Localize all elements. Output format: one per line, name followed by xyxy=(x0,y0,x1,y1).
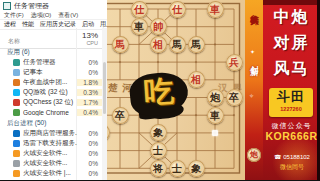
ad-side-text-bottom: 创新 xyxy=(249,58,261,62)
ad-contact-line2: 微信同号 xyxy=(265,163,319,172)
menu-bar: 文件(F)选项(O)查看(V) xyxy=(0,11,107,20)
game-icon xyxy=(13,79,20,86)
store-icon xyxy=(13,130,20,137)
process-cpu: 0% xyxy=(77,160,102,167)
task-manager-icon xyxy=(3,2,11,10)
ad-logo-text: 斗田 xyxy=(269,88,313,106)
ali-icon xyxy=(13,180,20,181)
xiangqi-piece-red-相[interactable]: 相 xyxy=(188,71,205,88)
huorong-icon2 xyxy=(13,160,20,167)
ad-title-line: 风马 xyxy=(263,56,320,82)
process-name: 火绒安全软件... xyxy=(23,149,77,158)
process-name: 迅雷下载支持服务... xyxy=(23,139,77,148)
chrome-icon xyxy=(13,109,20,116)
xiangqi-piece-black-象[interactable]: 象 xyxy=(150,124,167,141)
task-manager-window: 任务管理器 文件(F)选项(O)查看(V) 进程性能应用历史记录启动用户详细信息… xyxy=(0,0,107,180)
process-row[interactable]: 任务管理器0% xyxy=(0,57,102,67)
ad-title: 中炮对屏风马 xyxy=(263,4,320,82)
process-cpu: 0% xyxy=(77,69,102,76)
tab-bar: 进程性能应用历史记录启动用户详细信息服务 xyxy=(0,20,107,30)
process-row[interactable]: 迅雷下载支持服务...0% xyxy=(0,138,102,148)
ad-panel: 象棋大师 ✦ 创新 ✧ 炮 中炮对屏风马 斗田 1227260 微信公众号 KO… xyxy=(245,0,320,180)
xiangqi-piece-black-馬[interactable]: 馬 xyxy=(188,36,205,53)
menu-item[interactable]: 选项(O) xyxy=(31,11,52,19)
taskmgr-icon xyxy=(13,59,20,66)
process-name: QQChess (32 位) xyxy=(23,98,77,107)
title-bar[interactable]: 任务管理器 xyxy=(0,0,107,11)
process-row[interactable]: 阿里巴巴程序...0% xyxy=(0,178,102,180)
process-cpu: 1.7% xyxy=(77,99,102,106)
tab-进程[interactable]: 进程 xyxy=(4,20,16,29)
process-name: 午夜血战中团... xyxy=(23,78,77,87)
process-row[interactable]: QQChess (32 位)1.7% xyxy=(0,97,102,107)
ad-title-line: 中炮 xyxy=(263,4,320,30)
sparkle-icon: ✧ xyxy=(249,92,254,99)
notepad-icon xyxy=(13,69,20,76)
process-name: 火绒安全软件 |... xyxy=(23,169,77,178)
xiangqi-piece-red-車[interactable]: 車 xyxy=(207,1,224,18)
menu-item[interactable]: 查看(V) xyxy=(58,11,78,19)
last-move-marker xyxy=(212,130,218,136)
process-cpu: 0% xyxy=(77,180,102,181)
xiangqi-piece-red-仕[interactable]: 仕 xyxy=(169,1,186,18)
xiangqi-piece-black-馬[interactable]: 馬 xyxy=(169,36,186,53)
menu-item[interactable]: 文件(F) xyxy=(4,11,24,19)
process-list: 应用 (6)任务管理器0%记事本0%午夜血战中团...1.8%QQ游戏 (32 … xyxy=(0,46,102,180)
process-name: QQ游戏 (32 位) xyxy=(23,88,77,97)
process-row[interactable]: 午夜血战中团...1.8% xyxy=(0,77,102,87)
scrollbar-thumb[interactable] xyxy=(103,62,106,114)
xiangqi-piece-black-卒[interactable]: 卒 xyxy=(112,107,129,124)
process-cpu: 0% xyxy=(77,140,102,147)
ad-logo-subtext: 1227260 xyxy=(269,106,313,112)
xiangqi-piece-red-帥[interactable]: 帥 xyxy=(150,18,167,35)
xiangqi-piece-red-相[interactable]: 相 xyxy=(150,36,167,53)
process-group-header[interactable]: 应用 (6) xyxy=(0,46,102,57)
xiangqi-piece-black-象[interactable]: 象 xyxy=(188,160,205,177)
xiangqi-piece-red-仕[interactable]: 仕 xyxy=(131,1,148,18)
huorong-icon xyxy=(13,150,20,157)
name-column-header[interactable]: 名称 xyxy=(8,37,20,46)
xiangqi-piece-red-兵[interactable]: 兵 xyxy=(226,54,243,71)
xiangqi-board[interactable]: 楚河 汉界 仕仕車車帥馬相馬馬兵相炮卒卒車炮象士将士象 吃 xyxy=(107,0,245,180)
process-group-header[interactable]: 后台进程 (50) xyxy=(0,117,102,128)
thunder-icon xyxy=(13,140,20,147)
process-row[interactable]: 火绒安全软件 |...0% xyxy=(0,168,102,178)
process-cpu: 0% xyxy=(77,59,102,66)
tab-性能[interactable]: 性能 xyxy=(22,20,34,29)
process-cpu: 0% xyxy=(77,130,102,137)
xiangqi-board-area: 楚河 汉界 仕仕車車帥馬相馬馬兵相炮卒卒車炮象士将士象 吃 xyxy=(107,0,245,180)
ad-side-text-top: 象棋大师 xyxy=(249,7,261,11)
process-name: 阿里巴巴程序... xyxy=(23,179,77,181)
xiangqi-piece-black-炮[interactable]: 炮 xyxy=(207,89,224,106)
capture-effect-text: 吃 xyxy=(131,69,188,115)
xiangqi-piece-black-士[interactable]: 士 xyxy=(169,160,186,177)
process-row[interactable]: Google Chrome0.4% xyxy=(0,107,102,117)
stream-screenshot: 任务管理器 文件(F)选项(O)查看(V) 进程性能应用历史记录启动用户详细信息… xyxy=(0,0,320,180)
tab-启动[interactable]: 启动 xyxy=(82,20,94,29)
process-name: Google Chrome xyxy=(23,109,77,116)
xiangqi-piece-black-卒[interactable]: 卒 xyxy=(226,89,243,106)
xiangqi-piece-red-馬[interactable]: 馬 xyxy=(112,36,129,53)
process-cpu: 0% xyxy=(77,170,102,177)
sparkle-icon: ✦ xyxy=(250,48,255,55)
ad-contact-line1: ☎ 05188102 xyxy=(265,153,319,160)
process-cpu: 0% xyxy=(77,150,102,157)
process-row[interactable]: 记事本0% xyxy=(0,67,102,77)
process-cpu: 0.3% xyxy=(77,89,102,96)
xiangqi-piece-black-将[interactable]: 将 xyxy=(150,160,167,177)
xiangqi-piece-black-車[interactable]: 車 xyxy=(131,18,148,35)
cpu-total-value[interactable]: 13% xyxy=(82,31,98,40)
ad-decor-cannon-piece: 炮 xyxy=(247,148,261,162)
process-row[interactable]: 火绒安全软件...0% xyxy=(0,158,102,168)
process-cpu: 0.4% xyxy=(77,109,102,116)
process-name: 应用商店管理服务... xyxy=(23,129,77,138)
ad-title-line: 对屏 xyxy=(263,30,320,56)
process-cpu: 1.8% xyxy=(77,79,102,86)
ad-logo: 斗田 1227260 xyxy=(269,88,313,117)
process-name: 记事本 xyxy=(23,68,77,77)
process-row[interactable]: 火绒安全软件...0% xyxy=(0,148,102,158)
process-name: 任务管理器 xyxy=(23,58,77,67)
xiangqi-piece-black-車[interactable]: 車 xyxy=(207,107,224,124)
xiangqi-piece-black-士[interactable]: 士 xyxy=(150,142,167,159)
tab-应用历史记录[interactable]: 应用历史记录 xyxy=(40,20,76,29)
huorong-icon3 xyxy=(13,170,20,177)
process-name: 火绒安全软件... xyxy=(23,159,77,168)
qq-icon xyxy=(13,89,20,96)
process-row[interactable]: 应用商店管理服务...0% xyxy=(0,128,102,138)
qqchess-icon xyxy=(13,99,20,106)
process-row[interactable]: QQ游戏 (32 位)0.3% xyxy=(0,87,102,97)
window-title: 任务管理器 xyxy=(14,1,49,11)
